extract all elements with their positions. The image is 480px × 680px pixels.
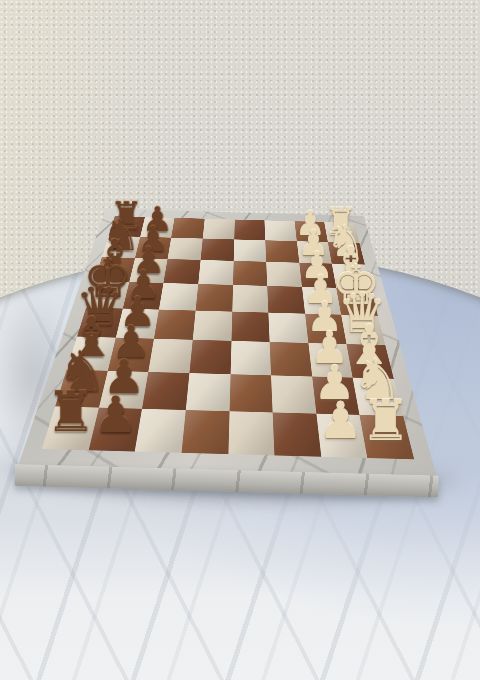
board-cell[interactable] [229, 374, 273, 413]
board-cell[interactable] [264, 220, 296, 241]
board-cell[interactable] [181, 410, 229, 454]
board-cell[interactable] [311, 376, 359, 415]
board-cell[interactable] [341, 314, 385, 345]
board-cell[interactable] [308, 343, 353, 377]
board-cell[interactable] [88, 408, 142, 452]
board-cell[interactable] [324, 222, 359, 243]
board-cell[interactable] [98, 371, 148, 409]
board-cell[interactable] [142, 372, 189, 411]
board-cell[interactable] [304, 313, 346, 344]
board-cell[interactable] [271, 375, 316, 414]
board-cell[interactable] [234, 220, 265, 241]
board-cell[interactable] [108, 216, 144, 236]
board-cell[interactable] [163, 259, 200, 284]
board-cell[interactable] [232, 261, 267, 286]
board-cell[interactable] [202, 219, 234, 240]
board-cell[interactable] [134, 237, 171, 259]
board-cell[interactable] [233, 239, 266, 262]
board-cell[interactable] [336, 288, 377, 316]
board-cell[interactable] [139, 217, 174, 238]
board-cell[interactable] [299, 263, 336, 288]
board-cell[interactable] [332, 264, 371, 289]
board-cell[interactable] [77, 307, 123, 337]
board-cell[interactable] [227, 411, 274, 455]
board-cell[interactable] [328, 242, 365, 265]
photo-of-chess-set: ♜♞♝♛♚♝♞♜♟♟♟♟♟♟♟♟♟♟♟♟♟♟♟♟♜♞♝♛♚♝♞♜ [0, 0, 480, 680]
board-cell[interactable] [107, 338, 153, 372]
board-cell[interactable] [198, 260, 233, 285]
board-cell[interactable] [86, 281, 129, 308]
board-cell[interactable] [101, 236, 139, 258]
board-cell[interactable] [266, 262, 302, 287]
board-cell[interactable] [185, 373, 230, 412]
board-cell[interactable] [231, 311, 270, 342]
board-cell[interactable] [296, 241, 331, 264]
board-cell[interactable] [195, 284, 232, 311]
board-cell[interactable] [269, 342, 311, 376]
board-cell[interactable] [154, 309, 195, 340]
board-cell[interactable] [134, 409, 185, 453]
board-cell[interactable] [129, 258, 168, 283]
board-cell[interactable] [272, 413, 320, 457]
board-cell[interactable] [230, 341, 271, 375]
board-cell[interactable] [159, 283, 198, 310]
board-cell[interactable] [301, 287, 340, 315]
board-cell[interactable] [167, 238, 202, 261]
board-cell[interactable] [192, 310, 231, 341]
board-cell[interactable] [268, 312, 308, 343]
board-cell[interactable] [148, 339, 192, 373]
board-grid [41, 216, 413, 459]
board-cell[interactable] [94, 257, 134, 282]
board-cell[interactable] [352, 377, 402, 416]
board-cell[interactable] [189, 340, 231, 374]
board-cell[interactable] [346, 344, 393, 378]
board-cell[interactable] [267, 286, 305, 314]
board-cell[interactable] [294, 221, 328, 242]
board-cell[interactable] [359, 415, 413, 459]
board-cell[interactable] [200, 238, 233, 261]
board-cell[interactable] [265, 240, 299, 263]
board-cell[interactable] [122, 282, 163, 309]
board-cell[interactable] [171, 218, 204, 239]
board-cell[interactable] [316, 414, 367, 458]
board-cell[interactable] [115, 308, 159, 338]
board-cell[interactable] [231, 285, 267, 313]
